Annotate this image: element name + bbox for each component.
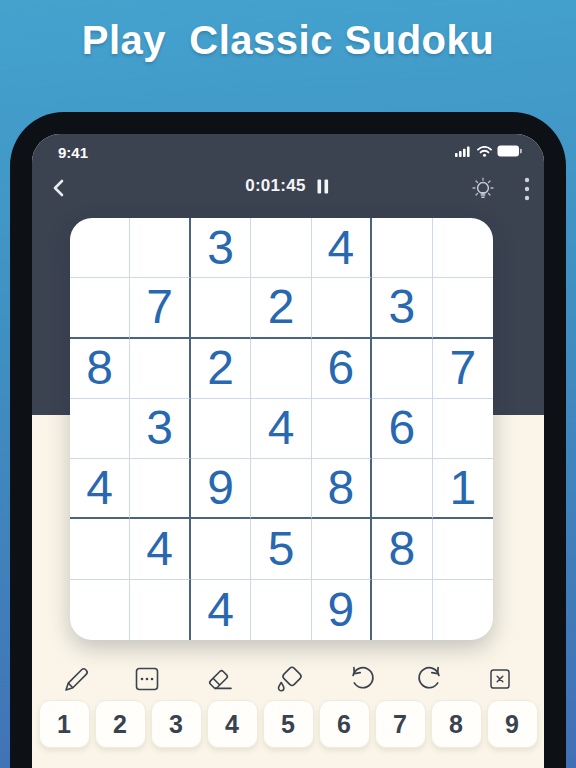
cell-r2c1[interactable] [70, 278, 130, 338]
cell-r4c7[interactable] [433, 399, 493, 459]
pause-icon [317, 179, 329, 194]
lightbulb-icon [468, 174, 498, 204]
nav-bar: 0:01:45 [32, 168, 544, 208]
cell-r6c5[interactable] [312, 519, 372, 579]
cell-r7c3[interactable]: 4 [191, 580, 251, 640]
cellular-signal-icon [455, 146, 472, 157]
cell-r4c4[interactable]: 4 [251, 399, 311, 459]
cell-r6c2[interactable]: 4 [130, 519, 190, 579]
sudoku-board: 347238267346498145849 [70, 218, 493, 640]
status-time: 9:41 [58, 144, 88, 161]
eraser-button[interactable] [199, 661, 237, 697]
cell-r2c5[interactable] [312, 278, 372, 338]
cell-r1c3[interactable]: 3 [191, 218, 251, 278]
cell-r5c4[interactable] [251, 459, 311, 519]
cell-r6c6[interactable]: 8 [372, 519, 432, 579]
cell-r7c5[interactable]: 9 [312, 580, 372, 640]
menu-button[interactable] [522, 175, 532, 203]
numpad-key-9[interactable]: 9 [487, 700, 538, 748]
cell-r5c3[interactable]: 9 [191, 459, 251, 519]
cell-r7c7[interactable] [433, 580, 493, 640]
pencil-icon [61, 663, 93, 695]
cell-r7c6[interactable] [372, 580, 432, 640]
cell-r1c2[interactable] [130, 218, 190, 278]
status-icons [455, 145, 522, 157]
undo-icon [345, 663, 377, 695]
status-bar: 9:41 [32, 142, 544, 166]
cell-r7c4[interactable] [251, 580, 311, 640]
cell-r2c4[interactable]: 2 [251, 278, 311, 338]
numpad-key-3[interactable]: 3 [151, 700, 202, 748]
redo-button[interactable] [413, 661, 449, 697]
cell-r4c5[interactable] [312, 399, 372, 459]
notes-button[interactable] [129, 661, 165, 697]
wifi-icon [477, 146, 492, 157]
numpad-key-6[interactable]: 6 [319, 700, 370, 748]
app-store-screenshot: Play Classic Sudoku 9:41 [0, 0, 576, 768]
cell-r6c4[interactable]: 5 [251, 519, 311, 579]
cell-r4c1[interactable] [70, 399, 130, 459]
kebab-menu-icon [524, 177, 530, 201]
page-title: Play Classic Sudoku [0, 18, 576, 63]
cell-r1c1[interactable] [70, 218, 130, 278]
cell-r3c4[interactable] [251, 339, 311, 399]
cell-r6c3[interactable] [191, 519, 251, 579]
cell-r3c5[interactable]: 6 [312, 339, 372, 399]
cell-r5c7[interactable]: 1 [433, 459, 493, 519]
numpad-key-7[interactable]: 7 [375, 700, 426, 748]
cell-r3c2[interactable] [130, 339, 190, 399]
cell-r1c7[interactable] [433, 218, 493, 278]
notes-icon [131, 663, 163, 695]
pencil-button[interactable] [59, 661, 95, 697]
paint-bucket-button[interactable] [271, 661, 309, 697]
paint-bucket-icon [273, 663, 307, 695]
cell-r2c6[interactable]: 3 [372, 278, 432, 338]
cell-r3c3[interactable]: 2 [191, 339, 251, 399]
cell-r2c3[interactable] [191, 278, 251, 338]
cell-r5c6[interactable] [372, 459, 432, 519]
device-mockup: 9:41 [10, 112, 566, 768]
undo-button[interactable] [343, 661, 379, 697]
timer-value: 0:01:45 [245, 176, 306, 196]
clear-cell-button[interactable] [483, 662, 517, 696]
cell-r5c1[interactable]: 4 [70, 459, 130, 519]
cell-r5c5[interactable]: 8 [312, 459, 372, 519]
cell-r5c2[interactable] [130, 459, 190, 519]
numpad-key-4[interactable]: 4 [207, 700, 258, 748]
cell-r1c5[interactable]: 4 [312, 218, 372, 278]
numpad-key-2[interactable]: 2 [95, 700, 146, 748]
cell-r6c1[interactable] [70, 519, 130, 579]
clear-cell-icon [485, 664, 515, 694]
device-screen: 9:41 [32, 134, 544, 768]
toolbar [42, 660, 534, 698]
numpad-key-1[interactable]: 1 [39, 700, 90, 748]
numpad-key-8[interactable]: 8 [431, 700, 482, 748]
number-pad: 123456789 [35, 700, 541, 750]
hint-button[interactable] [466, 172, 500, 206]
cell-r1c6[interactable] [372, 218, 432, 278]
cell-r4c2[interactable]: 3 [130, 399, 190, 459]
cell-r3c7[interactable]: 7 [433, 339, 493, 399]
eraser-icon [201, 663, 235, 695]
sudoku-grid: 347238267346498145849 [70, 218, 493, 640]
cell-r4c3[interactable] [191, 399, 251, 459]
cell-r6c7[interactable] [433, 519, 493, 579]
redo-icon [415, 663, 447, 695]
cell-r2c7[interactable] [433, 278, 493, 338]
cell-r4c6[interactable]: 6 [372, 399, 432, 459]
numpad-key-5[interactable]: 5 [263, 700, 314, 748]
cell-r1c4[interactable] [251, 218, 311, 278]
cell-r3c1[interactable]: 8 [70, 339, 130, 399]
battery-icon [497, 145, 522, 157]
cell-r3c6[interactable] [372, 339, 432, 399]
cell-r2c2[interactable]: 7 [130, 278, 190, 338]
pause-button[interactable] [315, 177, 331, 196]
cell-r7c1[interactable] [70, 580, 130, 640]
cell-r7c2[interactable] [130, 580, 190, 640]
